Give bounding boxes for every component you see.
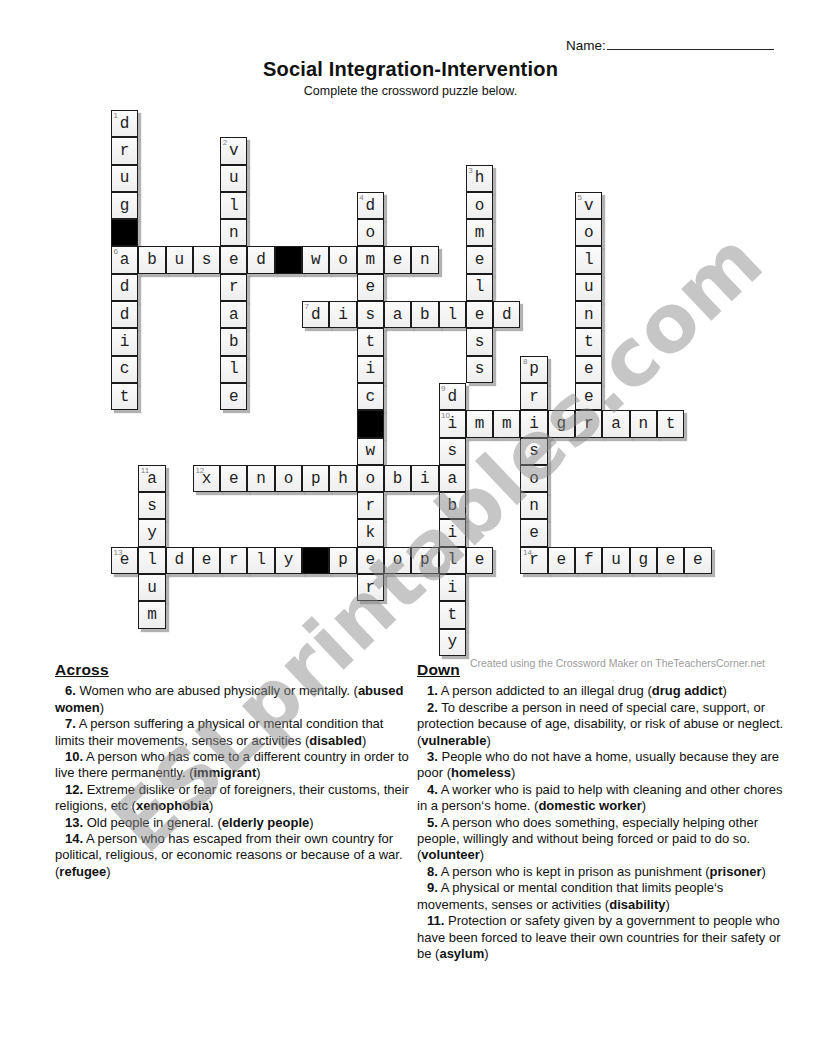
- cell-letter: s: [475, 361, 485, 377]
- cell-letter: t: [584, 334, 594, 350]
- cell-letter: w: [366, 443, 376, 459]
- cell-number: 1: [114, 111, 118, 120]
- cell-letter: s: [147, 498, 157, 514]
- cell-letter: i: [529, 416, 539, 432]
- cell-letter: s: [366, 307, 376, 323]
- cell-letter: c: [366, 389, 376, 405]
- cell-number: 10: [441, 411, 450, 420]
- grid-cell[interactable]: i: [439, 519, 466, 546]
- grid-cell[interactable]: s: [193, 246, 220, 273]
- grid-cell[interactable]: i: [111, 328, 138, 355]
- cell-letter: l: [584, 252, 594, 268]
- grid-cell[interactable]: 14r: [520, 547, 547, 574]
- grid-cell[interactable]: 13e: [111, 547, 138, 574]
- page-title: Social Integration-Intervention: [0, 58, 821, 81]
- clue-7: 7. A person suffering a physical or ment…: [55, 716, 413, 749]
- grid-cell[interactable]: 6a: [111, 246, 138, 273]
- cell-letter: n: [256, 471, 266, 487]
- grid-cell[interactable]: o: [466, 192, 493, 219]
- clue-5: 5. A person who does something, especial…: [417, 815, 789, 864]
- cell-letter: y: [447, 634, 457, 650]
- cell-letter: o: [366, 471, 376, 487]
- grid-cell[interactable]: u: [138, 574, 165, 601]
- cell-letter: d: [366, 198, 376, 214]
- cell-letter: b: [420, 307, 430, 323]
- grid-cell[interactable]: o: [520, 465, 547, 492]
- grid-cell[interactable]: t: [657, 410, 684, 437]
- grid-cell[interactable]: o: [329, 246, 356, 273]
- grid-cell[interactable]: 11a: [138, 465, 165, 492]
- cell-letter: e: [557, 552, 567, 568]
- grid-cell[interactable]: t: [357, 328, 384, 355]
- cell-letter: b: [229, 334, 239, 350]
- cell-letter: d: [120, 116, 130, 132]
- grid-cell[interactable]: i: [329, 301, 356, 328]
- clue-2: 2. To describe a person in need of speci…: [417, 700, 789, 749]
- grid-cell[interactable]: d: [111, 301, 138, 328]
- grid-cell[interactable]: e: [466, 246, 493, 273]
- name-label: Name:: [566, 38, 606, 53]
- cell-letter: n: [638, 416, 648, 432]
- cell-letter: h: [475, 170, 485, 186]
- clue-12: 12. Extreme dislike or fear of foreigner…: [55, 782, 413, 815]
- grid-cell[interactable]: m: [493, 410, 520, 437]
- cell-letter: o: [475, 198, 485, 214]
- down-heading: Down: [417, 662, 789, 678]
- grid-cell[interactable]: m: [138, 601, 165, 628]
- cell-letter: e: [229, 471, 239, 487]
- cell-letter: n: [584, 307, 594, 323]
- cell-letter: w: [311, 252, 321, 268]
- cell-letter: e: [366, 552, 376, 568]
- cell-letter: a: [393, 307, 403, 323]
- cell-letter: d: [256, 252, 266, 268]
- cell-letter: e: [393, 252, 403, 268]
- cell-letter: d: [447, 389, 457, 405]
- grid-cell[interactable]: 1d: [111, 110, 138, 137]
- cell-letter: m: [475, 225, 485, 241]
- grid-cell[interactable]: m: [466, 219, 493, 246]
- name-underline-field[interactable]: [607, 36, 774, 50]
- grid-cell[interactable]: 10i: [439, 410, 466, 437]
- cell-letter: i: [420, 471, 430, 487]
- grid-cell[interactable]: l: [220, 192, 247, 219]
- clue-13: 13. Old people in general. (elderly peop…: [55, 815, 413, 831]
- grid-cell[interactable]: r: [220, 547, 247, 574]
- cell-letter: m: [366, 252, 376, 268]
- grid-cell[interactable]: s: [466, 356, 493, 383]
- black-cell: [357, 410, 384, 437]
- cell-letter: p: [529, 361, 539, 377]
- cell-letter: o: [584, 225, 594, 241]
- grid-cell[interactable]: g: [630, 547, 657, 574]
- grid-cell[interactable]: e: [357, 547, 384, 574]
- grid-cell[interactable]: u: [602, 547, 629, 574]
- grid-cell[interactable]: d: [166, 547, 193, 574]
- cell-number: 3: [468, 166, 472, 175]
- grid-cell[interactable]: u: [220, 165, 247, 192]
- grid-cell[interactable]: r: [111, 137, 138, 164]
- cell-letter: p: [338, 552, 348, 568]
- cell-letter: e: [366, 279, 376, 295]
- grid-cell[interactable]: y: [275, 547, 302, 574]
- grid-cell[interactable]: r: [357, 574, 384, 601]
- cell-letter: p: [420, 552, 430, 568]
- grid-cell[interactable]: r: [357, 492, 384, 519]
- grid-cell[interactable]: 9d: [439, 383, 466, 410]
- grid-cell[interactable]: n: [411, 246, 438, 273]
- cell-letter: k: [366, 525, 376, 541]
- grid-cell[interactable]: y: [138, 519, 165, 546]
- grid-cell[interactable]: e: [220, 465, 247, 492]
- cell-letter: i: [447, 580, 457, 596]
- grid-cell[interactable]: b: [138, 246, 165, 273]
- cell-letter: l: [447, 552, 457, 568]
- grid-cell[interactable]: b: [220, 328, 247, 355]
- cell-letter: l: [447, 307, 457, 323]
- cell-number: 14: [523, 548, 532, 557]
- cell-letter: n: [529, 498, 539, 514]
- clue-6: 6. Women who are abused physically or me…: [55, 683, 413, 716]
- cell-number: 9: [441, 384, 445, 393]
- grid-cell[interactable]: l: [247, 547, 274, 574]
- grid-cell[interactable]: i: [411, 465, 438, 492]
- grid-cell[interactable]: e: [520, 519, 547, 546]
- grid-cell[interactable]: d: [111, 274, 138, 301]
- cell-letter: r: [584, 416, 594, 432]
- grid-cell[interactable]: p: [329, 547, 356, 574]
- cell-letter: r: [529, 389, 539, 405]
- cell-letter: e: [229, 389, 239, 405]
- black-cell: [275, 246, 302, 273]
- grid-cell[interactable]: w: [357, 438, 384, 465]
- cell-letter: e: [475, 552, 485, 568]
- cell-letter: p: [311, 471, 321, 487]
- grid-cell[interactable]: e: [220, 383, 247, 410]
- crossword-grid: 1dr2vuu3hgl4do5vnomo6abusedwomeneldrelud…: [111, 110, 712, 656]
- cell-letter: a: [120, 252, 130, 268]
- cell-letter: m: [475, 416, 485, 432]
- cell-letter: u: [120, 170, 130, 186]
- cell-number: 4: [359, 193, 363, 202]
- cell-number: 7: [305, 302, 309, 311]
- grid-cell[interactable]: m: [357, 246, 384, 273]
- cell-letter: e: [529, 525, 539, 541]
- grid-cell[interactable]: g: [111, 192, 138, 219]
- grid-cell[interactable]: r: [520, 383, 547, 410]
- cell-letter: v: [229, 143, 239, 159]
- grid-cell[interactable]: i: [439, 574, 466, 601]
- cell-letter: i: [447, 525, 457, 541]
- clue-11: 11. Protection or safety given by a gove…: [417, 913, 789, 962]
- down-clue-list: 1. A person addicted to an illegal drug …: [417, 683, 789, 962]
- page-subtitle: Complete the crossword puzzle below.: [0, 84, 821, 98]
- grid-cell[interactable]: r: [220, 274, 247, 301]
- clue-1: 1. A person addicted to an illegal drug …: [417, 683, 789, 699]
- name-field-row: Name:: [566, 36, 774, 53]
- cell-letter: i: [120, 334, 130, 350]
- grid-cell[interactable]: l: [220, 356, 247, 383]
- cell-letter: e: [693, 552, 703, 568]
- cell-letter: o: [393, 552, 403, 568]
- grid-cell[interactable]: l: [466, 274, 493, 301]
- black-cell: [111, 219, 138, 246]
- black-cell: [302, 547, 329, 574]
- cell-letter: l: [256, 552, 266, 568]
- cell-letter: g: [120, 198, 130, 214]
- grid-cell[interactable]: c: [111, 356, 138, 383]
- grid-cell[interactable]: e: [384, 246, 411, 273]
- grid-cell[interactable]: e: [548, 547, 575, 574]
- cell-letter: y: [147, 525, 157, 541]
- cell-letter: d: [120, 279, 130, 295]
- cell-letter: d: [120, 307, 130, 323]
- grid-cell[interactable]: e: [466, 301, 493, 328]
- grid-cell[interactable]: p: [302, 465, 329, 492]
- cell-letter: l: [229, 198, 239, 214]
- grid-cell[interactable]: t: [575, 328, 602, 355]
- grid-cell[interactable]: l: [439, 301, 466, 328]
- grid-cell[interactable]: h: [329, 465, 356, 492]
- cell-letter: c: [120, 361, 130, 377]
- cell-letter: r: [366, 580, 376, 596]
- cell-letter: l: [229, 361, 239, 377]
- grid-cell[interactable]: s: [439, 438, 466, 465]
- cell-letter: u: [174, 252, 184, 268]
- grid-cell[interactable]: d: [247, 246, 274, 273]
- clue-3: 3. People who do not have a home, usuall…: [417, 749, 789, 782]
- grid-cell[interactable]: u: [575, 274, 602, 301]
- grid-cell[interactable]: s: [520, 438, 547, 465]
- cell-letter: a: [447, 471, 457, 487]
- cell-letter: l: [147, 552, 157, 568]
- cell-letter: t: [447, 607, 457, 623]
- grid-cell[interactable]: a: [220, 301, 247, 328]
- cell-letter: d: [502, 307, 512, 323]
- cell-letter: g: [557, 416, 567, 432]
- cell-letter: b: [147, 252, 157, 268]
- grid-cell[interactable]: o: [357, 219, 384, 246]
- grid-cell[interactable]: e: [575, 383, 602, 410]
- grid-cell[interactable]: p: [411, 547, 438, 574]
- grid-cell[interactable]: m: [466, 410, 493, 437]
- cell-letter: v: [584, 198, 594, 214]
- grid-cell[interactable]: e: [466, 547, 493, 574]
- cell-letter: r: [120, 143, 130, 159]
- grid-cell[interactable]: w: [302, 246, 329, 273]
- cell-letter: o: [284, 471, 294, 487]
- across-clues-section: Across 6. Women who are abused physicall…: [55, 662, 413, 880]
- grid-cell[interactable]: b: [439, 492, 466, 519]
- grid-cell[interactable]: y: [439, 629, 466, 656]
- grid-cell[interactable]: n: [575, 301, 602, 328]
- grid-cell[interactable]: a: [384, 301, 411, 328]
- cell-letter: g: [638, 552, 648, 568]
- cell-letter: u: [229, 170, 239, 186]
- grid-cell[interactable]: 5v: [575, 192, 602, 219]
- grid-cell[interactable]: l: [138, 547, 165, 574]
- cell-letter: e: [475, 252, 485, 268]
- cell-letter: t: [666, 416, 676, 432]
- grid-cell[interactable]: a: [602, 410, 629, 437]
- clue-14: 14. A person who has escaped from their …: [55, 831, 413, 880]
- grid-cell[interactable]: n: [630, 410, 657, 437]
- cell-number: 6: [114, 247, 118, 256]
- grid-cell[interactable]: 8p: [520, 356, 547, 383]
- grid-cell[interactable]: e: [684, 547, 711, 574]
- grid-cell[interactable]: 7d: [302, 301, 329, 328]
- cell-letter: n: [420, 252, 430, 268]
- clue-9: 9. A physical or mental condition that l…: [417, 880, 789, 913]
- grid-cell[interactable]: s: [138, 492, 165, 519]
- cell-number: 12: [195, 466, 204, 475]
- across-heading: Across: [55, 662, 413, 678]
- cell-letter: e: [584, 361, 594, 377]
- grid-cell[interactable]: 12x: [193, 465, 220, 492]
- grid-cell[interactable]: r: [575, 410, 602, 437]
- grid-cell[interactable]: b: [411, 301, 438, 328]
- cell-letter: b: [393, 471, 403, 487]
- grid-cell[interactable]: c: [357, 383, 384, 410]
- grid-cell[interactable]: e: [657, 547, 684, 574]
- cell-letter: f: [584, 552, 594, 568]
- across-clue-list: 6. Women who are abused physically or me…: [55, 683, 413, 880]
- cell-letter: o: [366, 225, 376, 241]
- cell-letter: m: [502, 416, 512, 432]
- grid-cell[interactable]: e: [220, 246, 247, 273]
- grid-cell[interactable]: l: [439, 547, 466, 574]
- cell-letter: r: [229, 552, 239, 568]
- grid-cell[interactable]: s: [466, 328, 493, 355]
- grid-cell[interactable]: b: [384, 465, 411, 492]
- grid-cell[interactable]: 4d: [357, 192, 384, 219]
- cell-letter: s: [475, 334, 485, 350]
- cell-number: 8: [523, 357, 527, 366]
- cell-letter: i: [338, 307, 348, 323]
- grid-cell[interactable]: l: [575, 246, 602, 273]
- grid-cell[interactable]: i: [520, 410, 547, 437]
- cell-letter: r: [366, 498, 376, 514]
- grid-cell[interactable]: e: [575, 356, 602, 383]
- grid-cell[interactable]: n: [247, 465, 274, 492]
- cell-letter: o: [529, 471, 539, 487]
- grid-cell[interactable]: f: [575, 547, 602, 574]
- cell-letter: s: [447, 443, 457, 459]
- grid-cell[interactable]: 3h: [466, 165, 493, 192]
- grid-cell[interactable]: i: [357, 356, 384, 383]
- cell-letter: y: [284, 552, 294, 568]
- cell-letter: a: [611, 416, 621, 432]
- cell-letter: e: [229, 252, 239, 268]
- grid-cell[interactable]: o: [275, 465, 302, 492]
- grid-cell[interactable]: a: [439, 465, 466, 492]
- cell-letter: a: [229, 307, 239, 323]
- cell-letter: e: [202, 552, 212, 568]
- cell-letter: u: [147, 580, 157, 596]
- cell-letter: t: [366, 334, 376, 350]
- grid-cell[interactable]: e: [193, 547, 220, 574]
- cell-number: 11: [141, 466, 149, 475]
- grid-cell[interactable]: g: [548, 410, 575, 437]
- grid-cell[interactable]: 2v: [220, 137, 247, 164]
- grid-cell[interactable]: n: [220, 219, 247, 246]
- cell-letter: d: [311, 307, 321, 323]
- cell-number: 5: [578, 193, 582, 202]
- cell-letter: l: [475, 279, 485, 295]
- grid-cell[interactable]: o: [357, 465, 384, 492]
- down-clues-section: Down 1. A person addicted to an illegal …: [417, 662, 789, 962]
- cell-letter: b: [447, 498, 457, 514]
- grid-cell[interactable]: t: [439, 601, 466, 628]
- clue-10: 10. A person who has come to a different…: [55, 749, 413, 782]
- cell-letter: n: [229, 225, 239, 241]
- cell-letter: m: [147, 607, 157, 623]
- cell-number: 2: [223, 138, 227, 147]
- grid-cell[interactable]: n: [520, 492, 547, 519]
- cell-letter: e: [584, 389, 594, 405]
- grid-cell[interactable]: d: [493, 301, 520, 328]
- cell-letter: h: [338, 471, 348, 487]
- clue-4: 4. A worker who is paid to help with cle…: [417, 782, 789, 815]
- cell-letter: o: [338, 252, 348, 268]
- cell-letter: i: [366, 361, 376, 377]
- cell-letter: r: [229, 279, 239, 295]
- grid-cell[interactable]: t: [111, 383, 138, 410]
- grid-cell[interactable]: o: [384, 547, 411, 574]
- grid-cell[interactable]: k: [357, 519, 384, 546]
- grid-cell[interactable]: u: [166, 246, 193, 273]
- cell-letter: s: [529, 443, 539, 459]
- cell-letter: t: [120, 389, 130, 405]
- cell-letter: d: [174, 552, 184, 568]
- grid-cell[interactable]: e: [357, 274, 384, 301]
- cell-number: 13: [114, 548, 123, 557]
- grid-cell[interactable]: u: [111, 165, 138, 192]
- cell-letter: s: [202, 252, 212, 268]
- cell-letter: e: [475, 307, 485, 323]
- clue-8: 8. A person who is kept in prison as pun…: [417, 864, 789, 880]
- grid-cell[interactable]: o: [575, 219, 602, 246]
- cell-letter: u: [584, 279, 594, 295]
- cell-letter: u: [611, 552, 621, 568]
- grid-cell[interactable]: s: [357, 301, 384, 328]
- cell-letter: e: [666, 552, 676, 568]
